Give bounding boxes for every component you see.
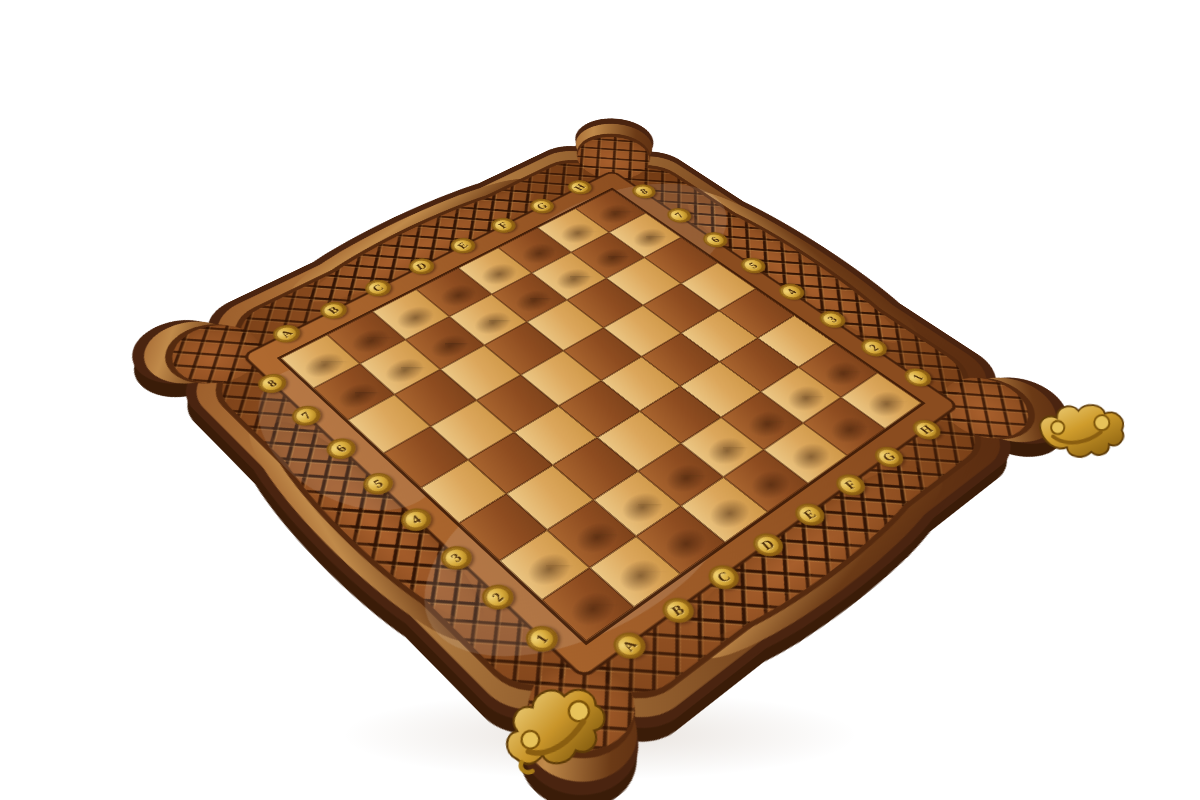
white-rook-icon: ♜ [548,527,627,608]
black-pawn-icon: ♟ [325,336,384,396]
brass-clasp-icon [1031,393,1133,469]
